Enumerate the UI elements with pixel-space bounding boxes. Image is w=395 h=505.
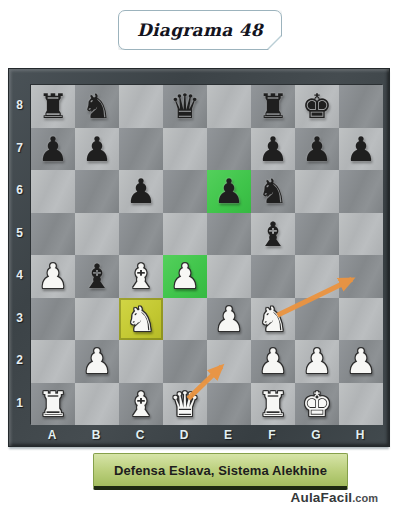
square-a4: ♟ <box>31 255 75 298</box>
square-b6 <box>75 170 119 213</box>
square-e3: ♟ <box>207 298 251 341</box>
piece-black-pawn: ♟ <box>346 128 376 171</box>
square-e7 <box>207 128 251 171</box>
square-g3 <box>295 298 339 341</box>
file-label-d: D <box>162 424 206 446</box>
piece-white-rook: ♜ <box>38 383 68 426</box>
square-g1: ♚ <box>295 383 339 426</box>
piece-white-knight: ♞ <box>258 298 288 341</box>
square-e1 <box>207 383 251 426</box>
piece-black-pawn: ♟ <box>214 170 244 213</box>
title-banner: Diagrama 48 <box>118 10 282 50</box>
caption-banner: Defensa Eslava, Sistema Alekhine <box>93 453 348 490</box>
piece-white-pawn: ♟ <box>302 340 332 383</box>
rank-labels: 87654321 <box>9 84 30 424</box>
square-a7: ♟ <box>31 128 75 171</box>
square-d8: ♛ <box>163 85 207 128</box>
square-c3: ♞ <box>119 298 163 341</box>
square-c4: ♝ <box>119 255 163 298</box>
square-b2: ♟ <box>75 340 119 383</box>
piece-black-bishop: ♝ <box>82 255 112 298</box>
piece-white-pawn: ♟ <box>258 340 288 383</box>
square-g6 <box>295 170 339 213</box>
square-c6: ♟ <box>119 170 163 213</box>
diagram-title: Diagrama 48 <box>137 20 263 40</box>
piece-black-rook: ♜ <box>38 85 68 128</box>
square-e2 <box>207 340 251 383</box>
square-d3 <box>163 298 207 341</box>
square-g5 <box>295 213 339 256</box>
piece-black-queen: ♛ <box>170 85 200 128</box>
square-g4 <box>295 255 339 298</box>
chessboard-frame: 87654321 ♜♞♛♜♚♟♟♟♟♟♟♟♞♝♟♝♝♟♞♟♞♟♟♟♟♜♝♛♜♚ … <box>8 68 390 447</box>
square-h7: ♟ <box>339 128 383 171</box>
square-e4 <box>207 255 251 298</box>
chessboard: ♜♞♛♜♚♟♟♟♟♟♟♟♞♝♟♝♝♟♞♟♞♟♟♟♟♜♝♛♜♚ <box>30 84 382 424</box>
piece-black-pawn: ♟ <box>258 128 288 171</box>
square-f3: ♞ <box>251 298 295 341</box>
rank-label-5: 5 <box>9 212 30 255</box>
piece-white-bishop: ♝ <box>126 383 156 426</box>
square-g8: ♚ <box>295 85 339 128</box>
square-f1: ♜ <box>251 383 295 426</box>
piece-white-queen: ♛ <box>170 383 200 426</box>
piece-black-pawn: ♟ <box>38 128 68 171</box>
square-a1: ♜ <box>31 383 75 426</box>
square-h5 <box>339 213 383 256</box>
square-c8 <box>119 85 163 128</box>
rank-label-3: 3 <box>9 297 30 340</box>
file-label-a: A <box>30 424 74 446</box>
square-d7 <box>163 128 207 171</box>
square-d6 <box>163 170 207 213</box>
file-label-b: B <box>74 424 118 446</box>
square-f4 <box>251 255 295 298</box>
rank-label-2: 2 <box>9 339 30 382</box>
file-labels: ABCDEFGH <box>30 424 382 446</box>
square-h3 <box>339 298 383 341</box>
piece-black-king: ♚ <box>302 85 332 128</box>
square-c5 <box>119 213 163 256</box>
banner-fold-corner-icon <box>267 35 281 49</box>
square-a6 <box>31 170 75 213</box>
piece-white-pawn: ♟ <box>214 298 244 341</box>
brand-suffix: .com <box>352 492 378 504</box>
brand: AulaFacil.com <box>290 488 378 505</box>
square-b7: ♟ <box>75 128 119 171</box>
square-d4: ♟ <box>163 255 207 298</box>
rank-label-8: 8 <box>9 84 30 127</box>
piece-white-pawn: ♟ <box>82 340 112 383</box>
piece-black-pawn: ♟ <box>126 170 156 213</box>
square-a3 <box>31 298 75 341</box>
square-f8: ♜ <box>251 85 295 128</box>
square-b3 <box>75 298 119 341</box>
file-label-f: F <box>250 424 294 446</box>
square-c2 <box>119 340 163 383</box>
square-a2 <box>31 340 75 383</box>
caption-text: Defensa Eslava, Sistema Alekhine <box>114 463 327 478</box>
piece-black-knight: ♞ <box>82 85 112 128</box>
square-b1 <box>75 383 119 426</box>
square-b4: ♝ <box>75 255 119 298</box>
square-f7: ♟ <box>251 128 295 171</box>
square-a8: ♜ <box>31 85 75 128</box>
piece-white-pawn: ♟ <box>170 255 200 298</box>
file-label-h: H <box>338 424 382 446</box>
square-a5 <box>31 213 75 256</box>
piece-black-knight: ♞ <box>258 170 288 213</box>
square-f2: ♟ <box>251 340 295 383</box>
square-b5 <box>75 213 119 256</box>
square-b8: ♞ <box>75 85 119 128</box>
square-f5: ♝ <box>251 213 295 256</box>
square-d1: ♛ <box>163 383 207 426</box>
piece-black-bishop: ♝ <box>258 213 288 256</box>
square-d5 <box>163 213 207 256</box>
piece-white-king: ♚ <box>302 383 332 426</box>
square-c1: ♝ <box>119 383 163 426</box>
piece-black-pawn: ♟ <box>302 128 332 171</box>
rank-label-7: 7 <box>9 127 30 170</box>
square-h2: ♟ <box>339 340 383 383</box>
square-c7 <box>119 128 163 171</box>
square-f6: ♞ <box>251 170 295 213</box>
piece-white-rook: ♜ <box>258 383 288 426</box>
file-label-c: C <box>118 424 162 446</box>
square-d2 <box>163 340 207 383</box>
square-e8 <box>207 85 251 128</box>
piece-black-rook: ♜ <box>258 85 288 128</box>
piece-black-pawn: ♟ <box>82 128 112 171</box>
rank-label-4: 4 <box>9 254 30 297</box>
square-h8 <box>339 85 383 128</box>
square-g2: ♟ <box>295 340 339 383</box>
brand-name: AulaFacil <box>290 490 352 505</box>
rank-label-6: 6 <box>9 169 30 212</box>
file-label-e: E <box>206 424 250 446</box>
file-label-g: G <box>294 424 338 446</box>
square-e5 <box>207 213 251 256</box>
piece-white-pawn: ♟ <box>346 340 376 383</box>
piece-white-pawn: ♟ <box>38 255 68 298</box>
square-h6 <box>339 170 383 213</box>
board-area: ♜♞♛♜♚♟♟♟♟♟♟♟♞♝♟♝♝♟♞♟♞♟♟♟♟♜♝♛♜♚ <box>30 84 382 424</box>
rank-label-1: 1 <box>9 382 30 425</box>
square-h4 <box>339 255 383 298</box>
piece-white-bishop: ♝ <box>126 255 156 298</box>
square-h1 <box>339 383 383 426</box>
piece-white-knight: ♞ <box>126 298 156 341</box>
square-g7: ♟ <box>295 128 339 171</box>
square-e6: ♟ <box>207 170 251 213</box>
